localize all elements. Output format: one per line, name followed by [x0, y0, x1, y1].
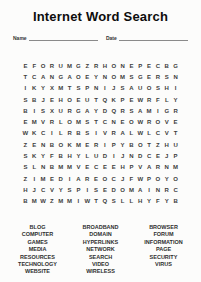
- grid-cell-r2c6[interactable]: A: [65, 71, 74, 82]
- grid-cell-r12c11[interactable]: D: [109, 184, 118, 195]
- grid-cell-r12c15[interactable]: I: [145, 184, 154, 195]
- grid-cell-r5c17[interactable]: G: [162, 105, 171, 116]
- grid-cell-r3c14[interactable]: U: [136, 83, 145, 94]
- name-input-line[interactable]: [29, 34, 98, 41]
- grid-cell-r12c18[interactable]: C: [171, 184, 180, 195]
- grid-cell-r4c7[interactable]: E: [74, 94, 83, 105]
- grid-cell-r2c12[interactable]: M: [118, 71, 127, 82]
- grid-cell-r5c10[interactable]: D: [100, 105, 109, 116]
- grid-cell-r11c9[interactable]: E: [92, 173, 101, 184]
- date-label: Date: [106, 35, 119, 41]
- grid-cell-r4c9[interactable]: T: [92, 94, 101, 105]
- word-item: FORUM: [132, 231, 195, 238]
- grid-cell-r5c16[interactable]: I: [153, 105, 162, 116]
- grid-cell-r10c2[interactable]: L: [30, 162, 39, 173]
- word-item: NETWORK: [69, 246, 132, 253]
- grid-cell-r8c13[interactable]: B: [127, 139, 136, 150]
- grid-cell-r13c6[interactable]: M: [65, 196, 74, 207]
- grid-cell-r8c8[interactable]: E: [83, 139, 92, 150]
- grid-cell-r2c4[interactable]: N: [47, 71, 56, 82]
- grid-cell-r6c12[interactable]: E: [118, 117, 127, 128]
- grid-cell-r8c15[interactable]: T: [145, 139, 154, 150]
- grid-cell-r4c2[interactable]: B: [30, 94, 39, 105]
- grid-cell-r13c18[interactable]: B: [171, 196, 180, 207]
- grid-cell-r6c5[interactable]: L: [56, 117, 65, 128]
- grid-cell-r6c9[interactable]: T: [92, 117, 101, 128]
- grid-cell-r13c2[interactable]: M: [30, 196, 39, 207]
- word-item: MEDIA: [6, 246, 69, 253]
- grid-cell-r4c13[interactable]: E: [127, 94, 136, 105]
- word-list: BLOGCOMPUTERGAMESMEDIARESOURCESTECHNOLOG…: [6, 224, 195, 276]
- word-item: INFORMATION: [132, 239, 195, 246]
- grid-cell-r11c12[interactable]: J: [118, 173, 127, 184]
- grid-cell-r9c9[interactable]: U: [92, 150, 101, 161]
- grid-cell-r13c15[interactable]: Y: [145, 196, 154, 207]
- grid-cell-r1c1[interactable]: E: [21, 60, 30, 71]
- grid-cell-r6c15[interactable]: R: [145, 117, 154, 128]
- grid-cell-r4c17[interactable]: L: [162, 94, 171, 105]
- grid-cell-r5c8[interactable]: A: [83, 105, 92, 116]
- grid-cell-r3c11[interactable]: J: [109, 83, 118, 94]
- grid-cell-r3c1[interactable]: I: [21, 83, 30, 94]
- word-item: BLOG: [6, 224, 69, 231]
- grid-cell-r8c18[interactable]: U: [171, 139, 180, 150]
- grid-cell-r13c9[interactable]: T: [92, 196, 101, 207]
- grid-cell-r6c6[interactable]: O: [65, 117, 74, 128]
- grid-cell-r12c2[interactable]: J: [30, 184, 39, 195]
- word-list-column-2: BROADBANDDOMAINHYPERLINKSNETWORKSEARCHVI…: [69, 224, 132, 276]
- grid-cell-r2c9[interactable]: Y: [92, 71, 101, 82]
- grid-cell-r10c4[interactable]: B: [47, 162, 56, 173]
- grid-cell-r4c12[interactable]: P: [118, 94, 127, 105]
- grid-cell-r2c14[interactable]: G: [136, 71, 145, 82]
- word-item: VIDEO: [69, 261, 132, 268]
- grid-cell-r5c1[interactable]: B: [21, 105, 30, 116]
- grid-cell-r13c11[interactable]: S: [109, 196, 118, 207]
- grid-cell-r11c18[interactable]: O: [171, 173, 180, 184]
- grid-cell-r10c3[interactable]: N: [39, 162, 48, 173]
- grid-cell-r2c17[interactable]: S: [162, 71, 171, 82]
- grid-cell-r12c14[interactable]: A: [136, 184, 145, 195]
- grid-cell-r13c12[interactable]: L: [118, 196, 127, 207]
- grid-cell-r5c18[interactable]: R: [171, 105, 180, 116]
- grid-cell-r8c10[interactable]: I: [100, 139, 109, 150]
- grid-cell-r11c6[interactable]: I: [65, 173, 74, 184]
- grid-cell-r6c16[interactable]: O: [153, 117, 162, 128]
- grid-cell-r3c17[interactable]: H: [162, 83, 171, 94]
- grid-cell-r1c3[interactable]: O: [39, 60, 48, 71]
- grid-cell-r9c12[interactable]: J: [118, 150, 127, 161]
- grid-cell-r13c10[interactable]: Q: [100, 196, 109, 207]
- word-list-column-3: BROWSERFORUMINFORMATIONPAGESECURITYVIRUS: [132, 224, 195, 276]
- grid-cell-r2c8[interactable]: E: [83, 71, 92, 82]
- worksheet-page: Internet Word Search Name Date EFORUMGZR…: [0, 0, 201, 282]
- grid-cell-r8c1[interactable]: Z: [21, 139, 30, 150]
- grid-cell-r1c11[interactable]: O: [109, 60, 118, 71]
- grid-cell-r11c16[interactable]: O: [153, 173, 162, 184]
- grid-cell-r4c18[interactable]: Y: [171, 94, 180, 105]
- grid-cell-r10c8[interactable]: E: [83, 162, 92, 173]
- grid-cell-r2c16[interactable]: R: [153, 71, 162, 82]
- grid-cell-r10c18[interactable]: M: [171, 162, 180, 173]
- grid-cell-r8c6[interactable]: K: [65, 139, 74, 150]
- name-date-row: Name Date: [13, 34, 188, 41]
- grid-cell-r11c5[interactable]: D: [56, 173, 65, 184]
- grid-cell-r6c17[interactable]: V: [162, 117, 171, 128]
- grid-cell-r9c18[interactable]: P: [171, 150, 180, 161]
- word-item: TECHNOLOGY: [6, 261, 69, 268]
- grid-cell-r12c16[interactable]: N: [153, 184, 162, 195]
- grid-cell-r5c11[interactable]: Q: [109, 105, 118, 116]
- grid-cell-r13c13[interactable]: L: [127, 196, 136, 207]
- grid-cell-r4c10[interactable]: Q: [100, 94, 109, 105]
- grid-cell-r7c17[interactable]: V: [162, 128, 171, 139]
- grid-cell-r12c8[interactable]: I: [83, 184, 92, 195]
- grid-cell-r1c10[interactable]: H: [100, 60, 109, 71]
- grid-cell-r13c14[interactable]: H: [136, 196, 145, 207]
- grid-cell-r7c1[interactable]: W: [21, 128, 30, 139]
- grid-cell-r3c4[interactable]: X: [47, 83, 56, 94]
- grid-cell-r10c6[interactable]: M: [65, 162, 74, 173]
- grid-cell-r3c3[interactable]: Y: [39, 83, 48, 94]
- grid-cell-r1c13[interactable]: E: [127, 60, 136, 71]
- grid-cell-r13c3[interactable]: W: [39, 196, 48, 207]
- grid-cell-r3c8[interactable]: P: [83, 83, 92, 94]
- grid-cell-r4c8[interactable]: U: [83, 94, 92, 105]
- grid-cell-r1c7[interactable]: G: [74, 60, 83, 71]
- grid-cell-r9c4[interactable]: F: [47, 150, 56, 161]
- grid-cell-r8c3[interactable]: N: [39, 139, 48, 150]
- grid-cell-r8c2[interactable]: E: [30, 139, 39, 150]
- page-title: Internet Word Search: [0, 0, 201, 24]
- grid-cell-r13c7[interactable]: I: [74, 196, 83, 207]
- grid-cell-r11c4[interactable]: E: [47, 173, 56, 184]
- grid-cell-r1c5[interactable]: U: [56, 60, 65, 71]
- grid-cell-r7c11[interactable]: R: [109, 128, 118, 139]
- grid-cell-r11c7[interactable]: A: [74, 173, 83, 184]
- grid-cell-r2c3[interactable]: A: [39, 71, 48, 82]
- grid-cell-r5c4[interactable]: X: [47, 105, 56, 116]
- grid-cell-r3c15[interactable]: O: [145, 83, 154, 94]
- grid-cell-r10c12[interactable]: H: [118, 162, 127, 173]
- grid-cell-r10c13[interactable]: P: [127, 162, 136, 173]
- grid-cell-r10c5[interactable]: M: [56, 162, 65, 173]
- grid-cell-r9c1[interactable]: S: [21, 150, 30, 161]
- grid-cell-r13c8[interactable]: W: [83, 196, 92, 207]
- grid-cell-r1c2[interactable]: F: [30, 60, 39, 71]
- grid-cell-r10c14[interactable]: V: [136, 162, 145, 173]
- grid-cell-r2c11[interactable]: O: [109, 71, 118, 82]
- grid-cell-r9c17[interactable]: J: [162, 150, 171, 161]
- grid-cell-r5c15[interactable]: M: [145, 105, 154, 116]
- grid-cell-r2c1[interactable]: T: [21, 71, 30, 82]
- grid-cell-r1c8[interactable]: Z: [83, 60, 92, 71]
- grid-cell-r8c7[interactable]: M: [74, 139, 83, 150]
- grid-cell-r3c12[interactable]: S: [118, 83, 127, 94]
- grid-cell-r8c12[interactable]: Y: [118, 139, 127, 150]
- grid-cell-r12c6[interactable]: S: [65, 184, 74, 195]
- grid-cell-r10c10[interactable]: E: [100, 162, 109, 173]
- grid-cell-r12c4[interactable]: V: [47, 184, 56, 195]
- grid-cell-r12c7[interactable]: P: [74, 184, 83, 195]
- grid-cell-r11c14[interactable]: W: [136, 173, 145, 184]
- grid-cell-r10c16[interactable]: R: [153, 162, 162, 173]
- grid-cell-r12c3[interactable]: C: [39, 184, 48, 195]
- grid-cell-r4c6[interactable]: O: [65, 94, 74, 105]
- word-item: COMPUTER: [6, 231, 69, 238]
- grid-cell-r6c18[interactable]: E: [171, 117, 180, 128]
- grid-cell-r4c3[interactable]: J: [39, 94, 48, 105]
- grid-cell-r13c1[interactable]: B: [21, 196, 30, 207]
- grid-cell-r5c6[interactable]: R: [65, 105, 74, 116]
- grid-cell-r12c1[interactable]: H: [21, 184, 30, 195]
- grid-cell-r4c11[interactable]: K: [109, 94, 118, 105]
- grid-cell-r7c4[interactable]: I: [47, 128, 56, 139]
- grid-cell-r7c16[interactable]: C: [153, 128, 162, 139]
- grid-cell-r3c2[interactable]: K: [30, 83, 39, 94]
- grid-cell-r6c3[interactable]: V: [39, 117, 48, 128]
- grid-cell-r6c1[interactable]: E: [21, 117, 30, 128]
- grid-cell-r7c6[interactable]: R: [65, 128, 74, 139]
- grid-cell-r8c14[interactable]: O: [136, 139, 145, 150]
- grid-cell-r9c13[interactable]: N: [127, 150, 136, 161]
- grid-cell-r6c2[interactable]: M: [30, 117, 39, 128]
- grid-cell-r8c17[interactable]: H: [162, 139, 171, 150]
- grid-cell-r4c16[interactable]: F: [153, 94, 162, 105]
- grid-cell-r7c2[interactable]: K: [30, 128, 39, 139]
- grid-cell-r2c13[interactable]: S: [127, 71, 136, 82]
- word-item: WEBSITE: [6, 268, 69, 275]
- word-item: SECURITY: [132, 254, 195, 261]
- grid-cell-r4c5[interactable]: H: [56, 94, 65, 105]
- grid-cell-r1c12[interactable]: N: [118, 60, 127, 71]
- grid-cell-r5c13[interactable]: S: [127, 105, 136, 116]
- grid-cell-r9c2[interactable]: K: [30, 150, 39, 161]
- grid-cell-r9c11[interactable]: I: [109, 150, 118, 161]
- word-item: HYPERLINKS: [69, 239, 132, 246]
- grid-cell-r7c9[interactable]: I: [92, 128, 101, 139]
- grid-cell-r8c11[interactable]: P: [109, 139, 118, 150]
- grid-cell-r12c13[interactable]: M: [127, 184, 136, 195]
- grid-cell-r10c7[interactable]: V: [74, 162, 83, 173]
- grid-cell-r13c16[interactable]: F: [153, 196, 162, 207]
- grid-cell-r7c5[interactable]: L: [56, 128, 65, 139]
- grid-cell-r11c10[interactable]: O: [100, 173, 109, 184]
- grid-cell-r6c4[interactable]: R: [47, 117, 56, 128]
- grid-cell-r9c7[interactable]: Y: [74, 150, 83, 161]
- grid-cell-r5c9[interactable]: Y: [92, 105, 101, 116]
- word-item: BROADBAND: [69, 224, 132, 231]
- word-item: SEARCH: [69, 254, 132, 261]
- grid-cell-r3c13[interactable]: A: [127, 83, 136, 94]
- word-item: VIRUS: [132, 261, 195, 268]
- grid-cell-r12c5[interactable]: Y: [56, 184, 65, 195]
- grid-cell-r5c14[interactable]: A: [136, 105, 145, 116]
- word-item: RESOURCES: [6, 254, 69, 261]
- grid-cell-r5c3[interactable]: S: [39, 105, 48, 116]
- grid-cell-r7c14[interactable]: W: [136, 128, 145, 139]
- grid-cell-r1c16[interactable]: C: [153, 60, 162, 71]
- grid-cell-r3c5[interactable]: M: [56, 83, 65, 94]
- grid-cell-r2c5[interactable]: G: [56, 71, 65, 82]
- grid-cell-r11c8[interactable]: R: [83, 173, 92, 184]
- grid-cell-r6c10[interactable]: C: [100, 117, 109, 128]
- grid-cell-r13c4[interactable]: Z: [47, 196, 56, 207]
- grid-cell-r10c11[interactable]: E: [109, 162, 118, 173]
- grid-cell-r9c6[interactable]: H: [65, 150, 74, 161]
- grid-cell-r8c5[interactable]: O: [56, 139, 65, 150]
- grid-cell-r3c6[interactable]: T: [65, 83, 74, 94]
- grid-cell-r1c4[interactable]: R: [47, 60, 56, 71]
- grid-cell-r2c18[interactable]: N: [171, 71, 180, 82]
- grid-cell-r6c14[interactable]: W: [136, 117, 145, 128]
- grid-cell-r7c3[interactable]: C: [39, 128, 48, 139]
- grid-cell-r9c16[interactable]: E: [153, 150, 162, 161]
- grid-cell-r7c15[interactable]: L: [145, 128, 154, 139]
- grid-cell-r11c11[interactable]: C: [109, 173, 118, 184]
- grid-cell-r6c11[interactable]: N: [109, 117, 118, 128]
- grid-cell-r2c2[interactable]: C: [30, 71, 39, 82]
- grid-cell-r3c18[interactable]: I: [171, 83, 180, 94]
- grid-cell-r3c10[interactable]: I: [100, 83, 109, 94]
- grid-cell-r11c2[interactable]: I: [30, 173, 39, 184]
- word-item: DOMAIN: [69, 231, 132, 238]
- grid-cell-r10c1[interactable]: S: [21, 162, 30, 173]
- grid-cell-r1c6[interactable]: M: [65, 60, 74, 71]
- grid-cell-r1c14[interactable]: P: [136, 60, 145, 71]
- name-label: Name: [13, 35, 29, 41]
- grid-cell-r12c9[interactable]: S: [92, 184, 101, 195]
- grid-cell-r5c5[interactable]: U: [56, 105, 65, 116]
- grid-cell-r9c5[interactable]: B: [56, 150, 65, 161]
- grid-cell-r7c7[interactable]: B: [74, 128, 83, 139]
- grid-cell-r9c14[interactable]: D: [136, 150, 145, 161]
- word-item: GAMES: [6, 239, 69, 246]
- grid-cell-r1c18[interactable]: G: [171, 60, 180, 71]
- grid-cell-r10c15[interactable]: A: [145, 162, 154, 173]
- grid-cell-r2c10[interactable]: N: [100, 71, 109, 82]
- grid-cell-r13c5[interactable]: M: [56, 196, 65, 207]
- grid-cell-r7c18[interactable]: T: [171, 128, 180, 139]
- grid-cell-r8c4[interactable]: B: [47, 139, 56, 150]
- grid-cell-r2c15[interactable]: E: [145, 71, 154, 82]
- grid-cell-r11c1[interactable]: Z: [21, 173, 30, 184]
- grid-cell-r5c2[interactable]: I: [30, 105, 39, 116]
- grid-cell-r4c14[interactable]: W: [136, 94, 145, 105]
- grid-cell-r9c8[interactable]: L: [83, 150, 92, 161]
- grid-cell-r7c13[interactable]: L: [127, 128, 136, 139]
- grid-cell-r8c9[interactable]: R: [92, 139, 101, 150]
- grid-cell-r4c15[interactable]: R: [145, 94, 154, 105]
- grid-cell-r5c12[interactable]: R: [118, 105, 127, 116]
- grid-cell-r11c15[interactable]: P: [145, 173, 154, 184]
- grid-cell-r9c15[interactable]: C: [145, 150, 154, 161]
- grid-cell-r11c3[interactable]: M: [39, 173, 48, 184]
- grid-cell-r10c9[interactable]: C: [92, 162, 101, 173]
- grid-cell-r6c13[interactable]: O: [127, 117, 136, 128]
- grid-cell-r7c8[interactable]: S: [83, 128, 92, 139]
- grid-cell-r1c9[interactable]: R: [92, 60, 101, 71]
- grid-cell-r12c10[interactable]: E: [100, 184, 109, 195]
- grid-cell-r13c17[interactable]: Y: [162, 196, 171, 207]
- word-search-grid[interactable]: EFORUMGZRHONEPECBGTCANGAOEYNOMSGERSNIKYX…: [21, 60, 180, 207]
- date-input-line[interactable]: [119, 34, 188, 41]
- grid-cell-r7c10[interactable]: V: [100, 128, 109, 139]
- grid-cell-r2c7[interactable]: O: [74, 71, 83, 82]
- grid-cell-r8c16[interactable]: Z: [153, 139, 162, 150]
- word-item: BROWSER: [132, 224, 195, 231]
- grid-cell-r6c7[interactable]: M: [74, 117, 83, 128]
- grid-cell-r12c17[interactable]: R: [162, 184, 171, 195]
- grid-cell-r6c8[interactable]: S: [83, 117, 92, 128]
- word-item: PAGE: [132, 246, 195, 253]
- grid-cell-r7c12[interactable]: A: [118, 128, 127, 139]
- grid-cell-r1c17[interactable]: B: [162, 60, 171, 71]
- word-item: WIRELESS: [69, 268, 132, 275]
- grid-cell-r4c4[interactable]: E: [47, 94, 56, 105]
- grid-cell-r12c12[interactable]: O: [118, 184, 127, 195]
- grid-cell-r4c1[interactable]: S: [21, 94, 30, 105]
- word-list-column-1: BLOGCOMPUTERGAMESMEDIARESOURCESTECHNOLOG…: [6, 224, 69, 276]
- grid-cell-r10c17[interactable]: N: [162, 162, 171, 173]
- grid-cell-r3c16[interactable]: S: [153, 83, 162, 94]
- grid-cell-r9c10[interactable]: D: [100, 150, 109, 161]
- grid-cell-r11c13[interactable]: F: [127, 173, 136, 184]
- grid-cell-r5c7[interactable]: G: [74, 105, 83, 116]
- grid-cell-r9c3[interactable]: Y: [39, 150, 48, 161]
- grid-cell-r3c7[interactable]: S: [74, 83, 83, 94]
- grid-cell-r11c17[interactable]: Y: [162, 173, 171, 184]
- grid-cell-r1c15[interactable]: E: [145, 60, 154, 71]
- grid-cell-r3c9[interactable]: N: [92, 83, 101, 94]
